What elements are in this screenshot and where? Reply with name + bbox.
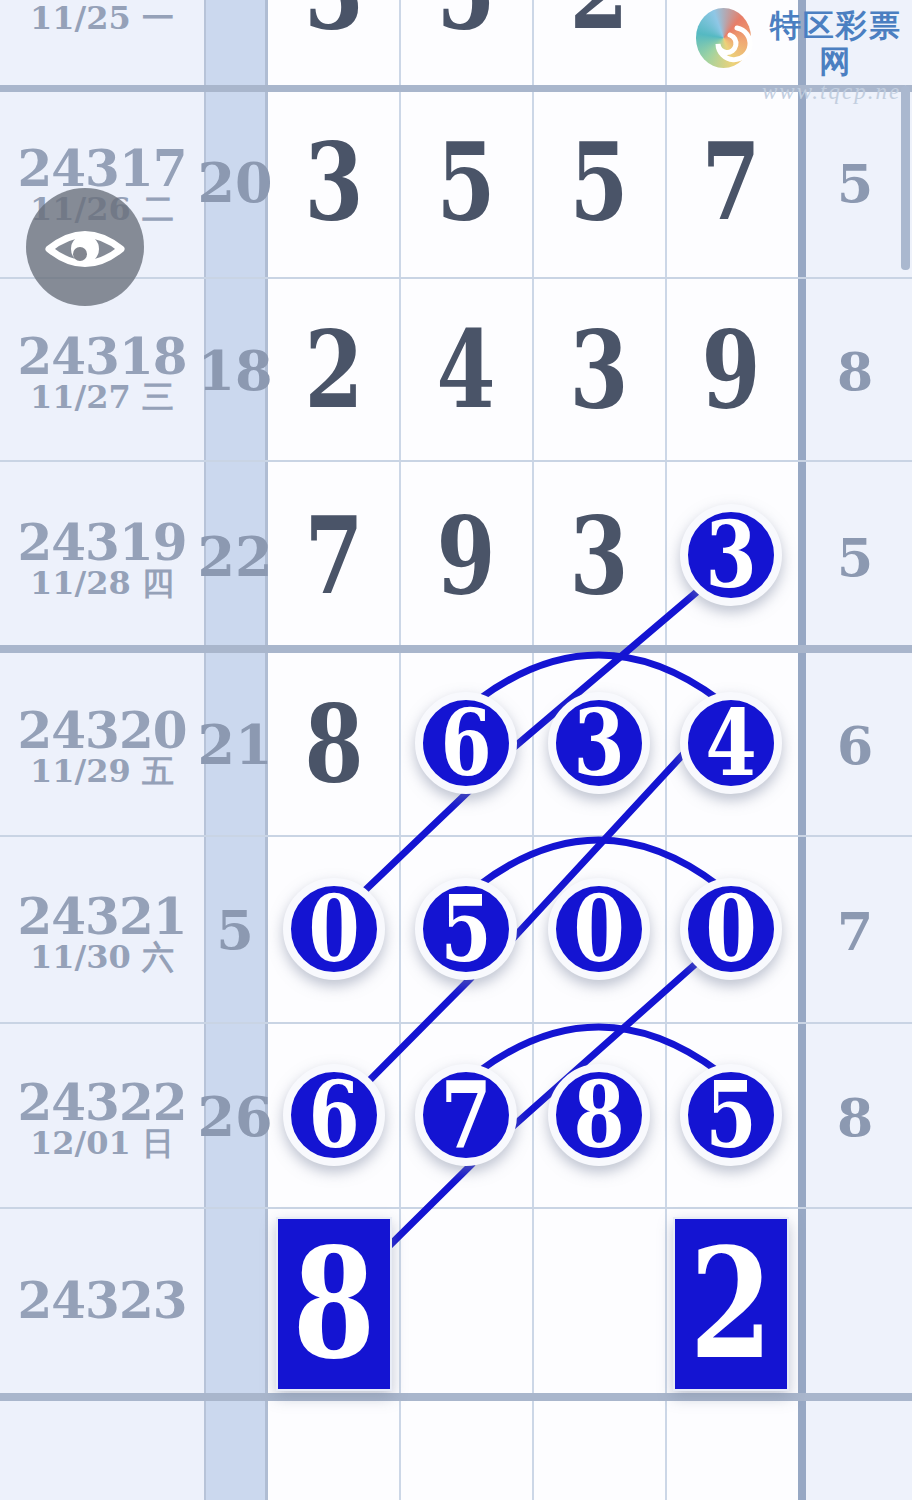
eye-icon — [26, 188, 144, 306]
circled-number: 5 — [415, 878, 517, 980]
logo-site-url: www.tqcp.net — [759, 80, 912, 104]
circled-number-digit: 0 — [573, 883, 624, 975]
boxed-number-digit: 2 — [690, 1228, 772, 1380]
circled-number: 3 — [548, 692, 650, 794]
circled-number-digit: 4 — [705, 697, 756, 789]
circled-number-digit: 7 — [440, 1069, 491, 1161]
circled-number: 6 — [415, 692, 517, 794]
eye-preview-button[interactable] — [26, 188, 144, 306]
circled-number-digit: 3 — [573, 697, 624, 789]
circled-number: 3 — [680, 504, 782, 606]
boxed-number-digit: 8 — [293, 1228, 375, 1380]
circled-number-digit: 6 — [440, 697, 491, 789]
circled-number: 7 — [415, 1064, 517, 1166]
logo-swirl-icon — [696, 8, 751, 68]
circled-number: 8 — [548, 1064, 650, 1166]
circled-number: 0 — [680, 878, 782, 980]
circled-number-digit: 0 — [308, 883, 359, 975]
trend-line — [380, 1164, 472, 1255]
circled-number: 0 — [283, 878, 385, 980]
circled-number: 6 — [283, 1064, 385, 1166]
circled-number-digit: 6 — [308, 1069, 359, 1161]
circled-number-digit: 5 — [705, 1069, 756, 1161]
circled-number-digit: 0 — [705, 883, 756, 975]
lottery-trend-chart: 11/25 一3522431711/26 二20535572431811/27 … — [0, 0, 912, 1500]
circled-number-digit: 8 — [573, 1069, 624, 1161]
circled-number: 0 — [548, 878, 650, 980]
circled-number-digit: 5 — [440, 883, 491, 975]
scrollbar-thumb[interactable] — [901, 86, 910, 270]
boxed-number: 8 — [276, 1217, 392, 1391]
site-logo[interactable]: 特区彩票网 www.tqcp.net — [696, 8, 912, 104]
logo-text: 特区彩票网 — [759, 8, 912, 80]
circled-number-digit: 3 — [705, 509, 756, 601]
circled-number: 4 — [680, 692, 782, 794]
boxed-number: 2 — [673, 1217, 789, 1391]
circled-number: 5 — [680, 1064, 782, 1166]
